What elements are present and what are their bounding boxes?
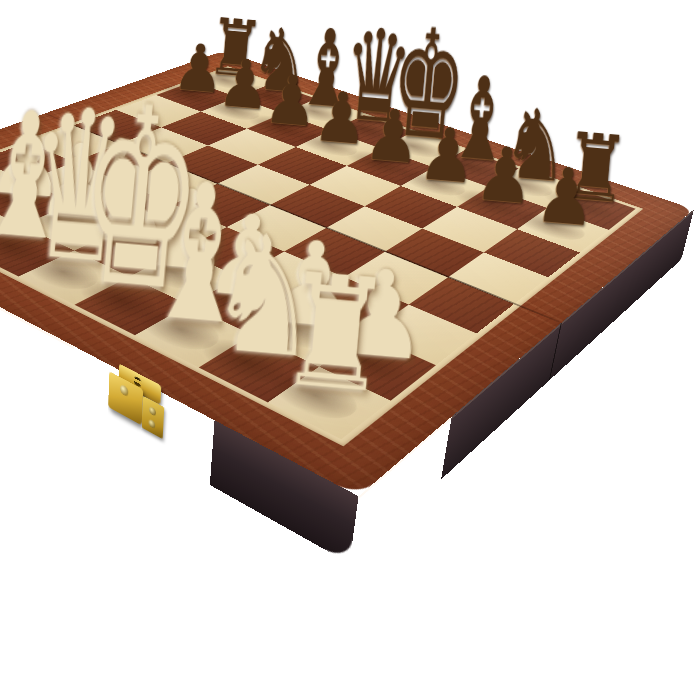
scene: ♜♞♝♛♚♝♞♜♟♟♟♟♟♟♟♟♟♟♟♟♟♟♟♟♜♞♝♛♚♝♞♜ [0, 0, 700, 700]
brass-clasp [108, 358, 167, 444]
black-pawn-glyph: ♟ [473, 135, 538, 215]
black-pawn-glyph: ♟ [311, 81, 371, 155]
clasp-hook-plate [142, 396, 165, 439]
black-pawn-glyph: ♟ [533, 155, 600, 237]
black-pawn-glyph: ♟ [362, 98, 424, 174]
square-h1: ♜ [267, 366, 391, 439]
photo-canvas: ♜♞♝♛♚♝♞♜♟♟♟♟♟♟♟♟♟♟♟♟♟♟♟♟♜♞♝♛♚♝♞♜ [0, 0, 700, 700]
black-pawn-glyph: ♟ [262, 64, 321, 136]
white-rook-glyph: ♜ [273, 252, 398, 417]
black-pawn-glyph: ♟ [416, 116, 479, 194]
board-top: ♜♞♝♛♚♝♞♜♟♟♟♟♟♟♟♟♟♟♟♟♟♟♟♟♜♞♝♛♚♝♞♜ [0, 51, 694, 496]
